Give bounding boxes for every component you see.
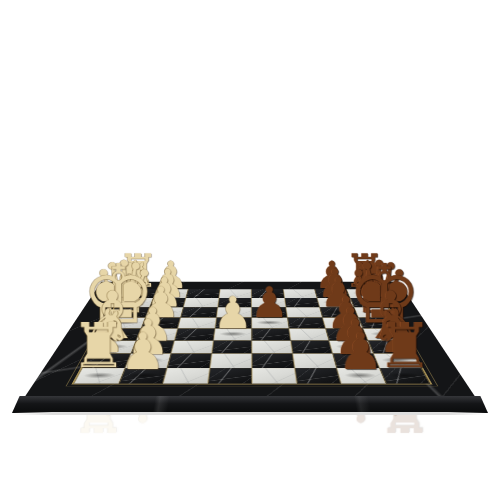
square-h4	[207, 368, 252, 384]
square-h6	[294, 368, 341, 384]
square-h8: ♜♜	[379, 368, 430, 384]
square-d6	[287, 317, 326, 328]
square-c3	[181, 307, 218, 317]
square-e6	[289, 328, 329, 340]
chessboard-playing-area: ♜♜♟♟♟♟♜♜♞♞♟♟♟♟♞♞♝♝♟♟♟♟♝♝♛♛♟♟♟♟♛♛♚♚♟♟♟♟♚♚…	[71, 289, 432, 385]
square-g6	[292, 354, 336, 368]
square-e4: ♟♟	[213, 328, 252, 340]
square-f4	[211, 340, 251, 353]
square-h2: ♟♟	[118, 368, 167, 384]
table-shadow-line	[14, 412, 486, 415]
white-pawn-glyph: ♟	[213, 292, 253, 336]
square-h3	[163, 368, 210, 384]
square-d5: ♟♟	[252, 317, 289, 328]
square-f3	[171, 340, 213, 353]
white-rook-glyph: ♜	[71, 315, 127, 377]
square-h1: ♜♜	[74, 368, 125, 384]
square-f5	[252, 340, 292, 353]
square-c6	[286, 307, 323, 317]
square-d3	[178, 317, 216, 328]
board-front-bevel-edge	[12, 396, 488, 413]
square-b6	[284, 298, 319, 307]
brown-pawn-glyph: ♟	[251, 282, 289, 324]
brown-rook-glyph: ♜	[377, 315, 433, 377]
product-photo: ♜♜♟♟♟♟♜♜♞♞♟♟♟♟♞♞♝♝♟♟♟♟♝♝♛♛♟♟♟♟♛♛♚♚♟♟♟♟♚♚…	[0, 0, 500, 500]
square-e3	[174, 328, 214, 340]
white-pawn-glyph: ♟	[120, 327, 165, 378]
square-g5	[252, 354, 294, 368]
square-g4	[209, 354, 251, 368]
square-h5	[252, 368, 297, 384]
square-e5	[252, 328, 291, 340]
square-g3	[167, 354, 211, 368]
chessboard: ♜♜♟♟♟♟♜♜♞♞♟♟♟♟♞♞♝♝♟♟♟♟♝♝♛♛♟♟♟♟♛♛♚♚♟♟♟♟♚♚…	[24, 282, 476, 398]
square-f6	[290, 340, 332, 353]
